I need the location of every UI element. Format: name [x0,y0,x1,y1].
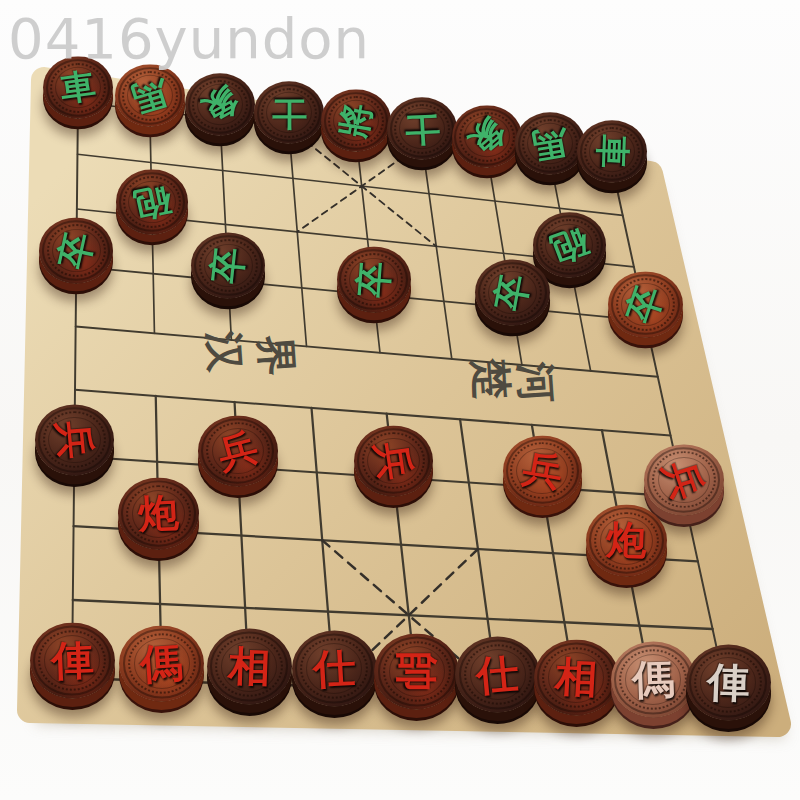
piece-red-cannon[interactable]: 炮 [586,504,667,576]
glyph-red-elephant: 相 [205,627,293,706]
glyph-red-cannon: 炮 [116,476,201,552]
glyph-green-soldier: 卒 [190,226,266,304]
piece-red-chariot[interactable]: 俥 [30,622,115,698]
piece-red-soldier[interactable]: 兵 [198,415,277,486]
glyph-red-soldier: 兵 [34,399,114,481]
piece-red-chariot[interactable]: 俥 [686,644,771,720]
glyph-red-horse: 傌 [609,640,697,719]
glyph-red-chariot: 俥 [684,643,772,722]
glyph-green-soldier: 卒 [35,209,118,293]
glyph-green-soldier: 卒 [337,241,411,317]
piece-green-cannon[interactable]: 砲 [116,169,189,234]
piece-red-cannon[interactable]: 炮 [118,478,199,550]
piece-green-soldier[interactable]: 卒 [337,246,411,312]
glyph-red-general: 帥 [377,631,456,713]
glyph-green-chariot: 車 [39,52,117,123]
piece-red-soldier[interactable]: 兵 [354,425,433,496]
piece-green-chariot[interactable]: 車 [577,120,647,182]
piece-green-soldier[interactable]: 卒 [475,259,549,325]
glyph-red-advisor: 仕 [452,633,544,716]
piece-green-general[interactable]: 將 [321,89,391,151]
piece-red-soldier[interactable]: 兵 [503,435,582,506]
piece-red-general[interactable]: 帥 [374,634,459,710]
glyph-red-elephant: 相 [532,637,621,717]
piece-red-elephant[interactable]: 相 [207,628,292,704]
piece-green-advisor[interactable]: 士 [254,81,324,143]
glyph-red-soldier: 兵 [190,406,286,494]
piece-green-soldier[interactable]: 卒 [608,272,682,338]
glyph-green-chariot: 車 [578,117,645,186]
glyph-red-soldier: 兵 [497,429,588,512]
glyph-green-cannon: 砲 [109,162,194,240]
glyph-red-chariot: 俥 [28,621,116,700]
piece-red-horse[interactable]: 傌 [119,625,204,701]
glyph-red-soldier: 兵 [352,418,436,503]
product-photo: 汉界楚河 車馬象士將士象馬車砲砲卒卒卒卒卒兵兵兵兵兵炮炮俥傌相仕帥仕相傌俥 04… [0,0,800,800]
glyph-green-general: 將 [318,82,394,159]
glyph-green-advisor: 士 [254,81,324,143]
piece-green-soldier[interactable]: 卒 [39,218,113,284]
piece-green-elephant[interactable]: 象 [452,105,522,167]
piece-red-advisor[interactable]: 仕 [292,631,377,707]
glyph-red-cannon: 炮 [585,503,669,578]
pieces-layer: 車馬象士將士象馬車砲砲卒卒卒卒卒兵兵兵兵兵炮炮俥傌相仕帥仕相傌俥 [0,0,800,800]
glyph-red-advisor: 仕 [290,629,379,709]
piece-green-horse[interactable]: 馬 [515,113,585,175]
piece-red-advisor[interactable]: 仕 [455,636,540,712]
piece-green-soldier[interactable]: 卒 [191,232,265,298]
piece-red-elephant[interactable]: 相 [534,639,619,715]
piece-red-horse[interactable]: 傌 [611,642,696,718]
glyph-green-elephant: 象 [173,60,266,148]
glyph-green-soldier: 卒 [601,261,690,349]
piece-green-elephant[interactable]: 象 [185,73,255,135]
glyph-green-soldier: 卒 [472,251,553,333]
piece-red-soldier[interactable]: 兵 [35,404,114,475]
glyph-red-horse: 傌 [117,622,207,703]
piece-green-chariot[interactable]: 車 [43,56,113,118]
